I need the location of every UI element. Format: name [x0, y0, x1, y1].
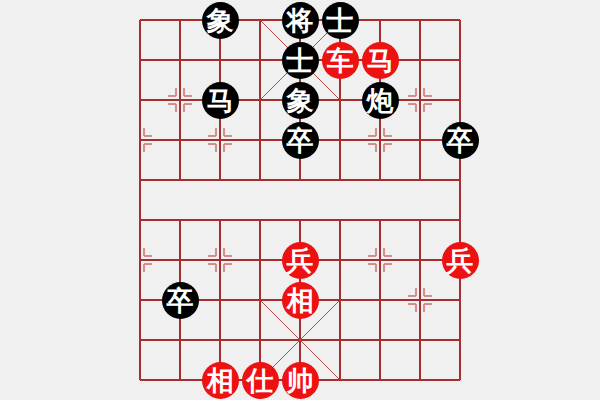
black-elephant-piece[interactable]: 象	[282, 82, 319, 119]
board-cell[interactable]	[120, 160, 160, 200]
board-cell[interactable]	[360, 240, 400, 280]
red-horse-piece[interactable]: 马	[362, 42, 399, 79]
board-cell[interactable]	[240, 160, 280, 200]
board-cell[interactable]	[280, 160, 320, 200]
board-cell[interactable]	[120, 120, 160, 160]
board-cell[interactable]	[160, 200, 200, 240]
board-cell[interactable]	[200, 40, 240, 80]
board-cell[interactable]: 象	[280, 80, 320, 120]
red-soldier-piece[interactable]: 兵	[442, 242, 479, 279]
black-general-piece[interactable]: 将	[282, 2, 319, 39]
red-advisor-piece[interactable]: 仕	[242, 362, 279, 399]
board-cell[interactable]	[400, 160, 440, 200]
board-cell[interactable]	[320, 80, 360, 120]
board-cell[interactable]	[280, 320, 320, 360]
board-cell[interactable]: 车	[320, 40, 360, 80]
board-cell[interactable]: 帅	[280, 360, 320, 400]
board-cell[interactable]	[280, 200, 320, 240]
board-cell[interactable]	[360, 320, 400, 360]
board-cell[interactable]	[320, 160, 360, 200]
board-cell[interactable]	[360, 160, 400, 200]
board-cell[interactable]	[240, 280, 280, 320]
board-cell[interactable]: 士	[280, 40, 320, 80]
board-cell[interactable]	[120, 320, 160, 360]
board-cell[interactable]	[440, 80, 480, 120]
xiangqi-board: 象将士士车马马象炮卒卒兵兵卒相相仕帅	[0, 0, 600, 400]
board-cell[interactable]: 仕	[240, 360, 280, 400]
board-cell[interactable]	[240, 240, 280, 280]
board-cell[interactable]	[120, 280, 160, 320]
board-cell[interactable]	[440, 280, 480, 320]
board-cell[interactable]	[320, 240, 360, 280]
board-cell[interactable]	[440, 360, 480, 400]
board-cell[interactable]	[320, 280, 360, 320]
board-cell[interactable]	[200, 280, 240, 320]
board-cell[interactable]	[200, 160, 240, 200]
board-cell[interactable]	[160, 160, 200, 200]
board-cell[interactable]	[400, 360, 440, 400]
board-cell[interactable]	[120, 80, 160, 120]
red-elephant-piece[interactable]: 相	[202, 362, 239, 399]
board-cell[interactable]	[240, 120, 280, 160]
board-cell[interactable]	[400, 120, 440, 160]
board-cell[interactable]	[400, 0, 440, 40]
board-cell[interactable]: 马	[200, 80, 240, 120]
board-cell[interactable]	[240, 0, 280, 40]
board-cell[interactable]	[400, 280, 440, 320]
board-cell[interactable]	[440, 200, 480, 240]
red-chariot-piece[interactable]: 车	[322, 42, 359, 79]
black-advisor-piece[interactable]: 士	[282, 42, 319, 79]
board-cell[interactable]: 卒	[280, 120, 320, 160]
board-cell[interactable]	[360, 360, 400, 400]
board-cell[interactable]	[160, 0, 200, 40]
board-cell[interactable]	[440, 0, 480, 40]
board-cell[interactable]	[120, 240, 160, 280]
board-cell[interactable]	[440, 320, 480, 360]
board-cell[interactable]: 象	[200, 0, 240, 40]
board-cell[interactable]	[320, 360, 360, 400]
board-cell[interactable]: 卒	[440, 120, 480, 160]
board-cell[interactable]	[320, 120, 360, 160]
black-elephant-piece[interactable]: 象	[202, 2, 239, 39]
board-cell[interactable]	[160, 80, 200, 120]
board-cell[interactable]	[400, 240, 440, 280]
board-cell[interactable]: 将	[280, 0, 320, 40]
board-cell[interactable]: 炮	[360, 80, 400, 120]
black-advisor-piece[interactable]: 士	[322, 2, 359, 39]
board-cell[interactable]	[120, 200, 160, 240]
board-cell[interactable]	[200, 320, 240, 360]
black-soldier-piece[interactable]: 卒	[442, 122, 479, 159]
board-cell[interactable]	[400, 80, 440, 120]
board-cell[interactable]: 相	[200, 360, 240, 400]
board-cell[interactable]	[320, 200, 360, 240]
black-cannon-piece[interactable]: 炮	[362, 82, 399, 119]
board-cell[interactable]	[360, 280, 400, 320]
black-soldier-piece[interactable]: 卒	[162, 282, 199, 319]
board-cell[interactable]	[200, 120, 240, 160]
board-cell[interactable]	[160, 320, 200, 360]
board-cell[interactable]	[360, 120, 400, 160]
red-elephant-piece[interactable]: 相	[282, 282, 319, 319]
red-soldier-piece[interactable]: 兵	[282, 242, 319, 279]
board-cell[interactable]: 兵	[280, 240, 320, 280]
black-horse-piece[interactable]: 马	[202, 82, 239, 119]
board-cell[interactable]	[360, 0, 400, 40]
board-cell[interactable]	[360, 200, 400, 240]
board-cell[interactable]	[160, 240, 200, 280]
board-cell[interactable]	[200, 200, 240, 240]
board-cell[interactable]	[240, 40, 280, 80]
board-cell[interactable]	[400, 200, 440, 240]
board-cell[interactable]: 卒	[160, 280, 200, 320]
board-cell[interactable]	[320, 320, 360, 360]
board-cell[interactable]	[120, 360, 160, 400]
board-cell[interactable]: 士	[320, 0, 360, 40]
board-cell[interactable]	[240, 80, 280, 120]
board-cell[interactable]	[160, 40, 200, 80]
board-cell[interactable]	[200, 240, 240, 280]
board-cell[interactable]: 兵	[440, 240, 480, 280]
red-general-piece[interactable]: 帅	[282, 362, 319, 399]
board-cell[interactable]	[240, 320, 280, 360]
black-soldier-piece[interactable]: 卒	[282, 122, 319, 159]
board-cell[interactable]	[440, 40, 480, 80]
board-cell[interactable]	[400, 40, 440, 80]
board-grid: 象将士士车马马象炮卒卒兵兵卒相相仕帅	[120, 0, 480, 400]
board-cell[interactable]	[120, 0, 160, 40]
board-cell[interactable]	[160, 120, 200, 160]
board-cell[interactable]	[400, 320, 440, 360]
board-cell[interactable]	[160, 360, 200, 400]
board-cell[interactable]	[440, 160, 480, 200]
board-cell[interactable]: 马	[360, 40, 400, 80]
board-cell[interactable]	[240, 200, 280, 240]
board-cell[interactable]	[120, 40, 160, 80]
board-cell[interactable]: 相	[280, 280, 320, 320]
